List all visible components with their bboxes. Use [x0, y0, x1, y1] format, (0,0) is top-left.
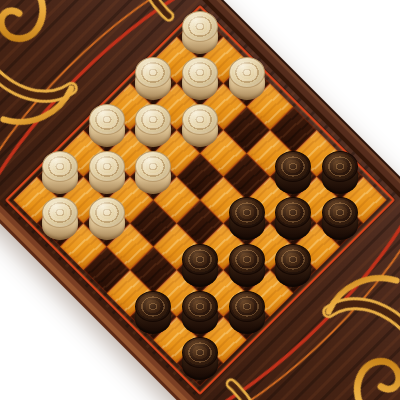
piece-top-rings: [182, 104, 218, 135]
piece-top-rings: [322, 151, 358, 182]
piece-top-rings: [89, 197, 125, 228]
white-man-r7c1[interactable]: [42, 151, 78, 195]
dark-man-r6c8[interactable]: [229, 291, 265, 335]
piece-top-rings: [135, 151, 171, 182]
dark-man-r1c7[interactable]: [322, 151, 358, 195]
piece-top-rings: [182, 11, 218, 42]
piece-top-rings: [229, 57, 265, 88]
dark-man-r8c8[interactable]: [182, 337, 218, 381]
white-man-r3c1[interactable]: [135, 57, 171, 101]
dark-man-r6c6[interactable]: [182, 244, 218, 288]
white-man-r5c1[interactable]: [89, 104, 125, 148]
dark-man-r5c7[interactable]: [229, 244, 265, 288]
piece-top-rings: [229, 197, 265, 228]
piece-top-rings: [182, 244, 218, 275]
dark-man-r4c8[interactable]: [275, 244, 311, 288]
white-man-r3c3[interactable]: [182, 104, 218, 148]
piece-top-rings: [229, 291, 265, 322]
piece-top-rings: [42, 151, 78, 182]
dark-man-r4c6[interactable]: [229, 197, 265, 241]
dark-man-r3c7[interactable]: [275, 197, 311, 241]
dark-man-r2c8[interactable]: [322, 197, 358, 241]
dark-man-r8c6[interactable]: [135, 291, 171, 335]
piece-top-rings: [89, 151, 125, 182]
dark-man-r7c7[interactable]: [182, 291, 218, 335]
product-photo: [0, 0, 400, 400]
piece-top-rings: [182, 291, 218, 322]
piece-top-rings: [229, 244, 265, 275]
white-man-r1c3[interactable]: [229, 57, 265, 101]
white-man-r8c2[interactable]: [42, 197, 78, 241]
white-man-r7c3[interactable]: [89, 197, 125, 241]
white-man-r1c1[interactable]: [182, 11, 218, 55]
white-man-r5c3[interactable]: [135, 151, 171, 195]
white-man-r6c2[interactable]: [89, 151, 125, 195]
piece-top-rings: [135, 291, 171, 322]
white-man-r4c2[interactable]: [135, 104, 171, 148]
piece-top-rings: [89, 104, 125, 135]
white-man-r2c2[interactable]: [182, 57, 218, 101]
pieces-layer: [0, 0, 400, 400]
dark-man-r2c6[interactable]: [275, 151, 311, 195]
piece-top-rings: [275, 151, 311, 182]
